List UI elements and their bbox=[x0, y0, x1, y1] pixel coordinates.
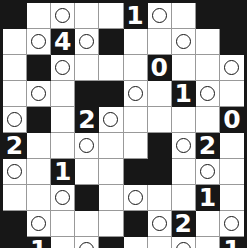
cell-r5c1[interactable] bbox=[3, 107, 27, 133]
cell-r6c4[interactable] bbox=[75, 133, 99, 159]
clue-number: 0 bbox=[223, 107, 240, 132]
cell-r8c10[interactable] bbox=[220, 185, 244, 211]
cell-r9c5[interactable] bbox=[99, 211, 123, 237]
clue-number: 2 bbox=[199, 133, 216, 158]
cell-r10c7[interactable] bbox=[148, 237, 172, 248]
bulb-circle-icon bbox=[55, 190, 70, 205]
cell-r4c4[interactable] bbox=[75, 81, 99, 107]
cell-r3c5[interactable] bbox=[99, 55, 123, 81]
clue-number: 1 bbox=[54, 159, 71, 184]
cell-r5c5[interactable] bbox=[99, 107, 123, 133]
cell-r5c10[interactable]: 0 bbox=[220, 107, 244, 133]
cell-r1c5[interactable] bbox=[99, 3, 123, 29]
cell-r8c3[interactable] bbox=[51, 185, 75, 211]
cell-r7c3[interactable]: 1 bbox=[51, 159, 75, 185]
cell-r6c6[interactable] bbox=[124, 133, 148, 159]
cell-r4c7[interactable] bbox=[148, 81, 172, 107]
cell-r1c3[interactable] bbox=[51, 3, 75, 29]
cell-r10c3[interactable] bbox=[51, 237, 75, 248]
cell-r7c5[interactable] bbox=[99, 159, 123, 185]
cell-r4c9[interactable] bbox=[196, 81, 220, 107]
cell-r3c2[interactable] bbox=[27, 55, 51, 81]
cell-r6c7[interactable] bbox=[148, 133, 172, 159]
cell-r8c6[interactable] bbox=[124, 185, 148, 211]
bulb-circle-icon bbox=[128, 190, 143, 205]
cell-r4c5[interactable] bbox=[99, 81, 123, 107]
bulb-circle-icon bbox=[79, 34, 94, 49]
bulb-circle-icon bbox=[79, 242, 94, 248]
cell-r10c1[interactable] bbox=[3, 237, 27, 248]
bulb-circle-icon bbox=[176, 34, 191, 49]
cell-r1c6[interactable]: 1 bbox=[124, 3, 148, 29]
cell-r2c2[interactable] bbox=[27, 29, 51, 55]
bulb-circle-icon bbox=[31, 86, 46, 101]
clue-number: 4 bbox=[54, 29, 71, 54]
cell-r2c1[interactable] bbox=[3, 29, 27, 55]
cell-r4c3[interactable] bbox=[51, 81, 75, 107]
clue-number: 0 bbox=[150, 55, 167, 80]
clue-number: 2 bbox=[6, 133, 23, 158]
cell-r1c8[interactable] bbox=[172, 3, 196, 29]
cell-r10c5[interactable] bbox=[99, 237, 123, 248]
clue-number: 2 bbox=[78, 107, 95, 132]
cell-r8c4[interactable] bbox=[75, 185, 99, 211]
cell-r9c6[interactable] bbox=[124, 211, 148, 237]
bulb-circle-icon bbox=[55, 60, 70, 75]
cell-r6c3[interactable] bbox=[51, 133, 75, 159]
cell-r6c10[interactable] bbox=[220, 133, 244, 159]
bulb-circle-icon bbox=[55, 8, 70, 23]
clue-number: 1 bbox=[126, 3, 143, 28]
cell-r5c2[interactable] bbox=[27, 107, 51, 133]
bulb-circle-icon bbox=[31, 216, 46, 231]
cell-r8c5[interactable] bbox=[99, 185, 123, 211]
cell-r6c9[interactable]: 2 bbox=[196, 133, 220, 159]
bulb-circle-icon bbox=[224, 216, 239, 231]
cell-r5c7[interactable] bbox=[148, 107, 172, 133]
clue-number: 2 bbox=[175, 211, 192, 236]
cell-r8c2[interactable] bbox=[27, 185, 51, 211]
cell-r7c2[interactable] bbox=[27, 159, 51, 185]
bulb-circle-icon bbox=[79, 138, 94, 153]
cell-r4c1[interactable] bbox=[3, 81, 27, 107]
cell-r7c6[interactable] bbox=[124, 159, 148, 185]
cell-r3c1[interactable] bbox=[3, 55, 27, 81]
cell-r2c4[interactable] bbox=[75, 29, 99, 55]
cell-r9c1[interactable] bbox=[3, 211, 27, 237]
cell-r5c8[interactable] bbox=[172, 107, 196, 133]
cell-r6c1[interactable]: 2 bbox=[3, 133, 27, 159]
cell-r3c8[interactable] bbox=[172, 55, 196, 81]
cell-r1c7[interactable] bbox=[148, 3, 172, 29]
cell-r4c10[interactable] bbox=[220, 81, 244, 107]
cell-r5c9[interactable] bbox=[196, 107, 220, 133]
bulb-circle-icon bbox=[31, 34, 46, 49]
puzzle-board: 1401202211211 bbox=[0, 0, 247, 248]
cell-r10c4[interactable] bbox=[75, 237, 99, 248]
clue-number: 1 bbox=[175, 81, 192, 106]
cell-r2c8[interactable] bbox=[172, 29, 196, 55]
cell-r5c4[interactable]: 2 bbox=[75, 107, 99, 133]
clue-number: 1 bbox=[223, 237, 240, 248]
cell-r3c4[interactable] bbox=[75, 55, 99, 81]
cell-r7c7[interactable] bbox=[148, 159, 172, 185]
cell-r2c6[interactable] bbox=[124, 29, 148, 55]
cell-r9c10[interactable] bbox=[220, 211, 244, 237]
cell-r2c10[interactable] bbox=[220, 29, 244, 55]
cell-r8c7[interactable] bbox=[148, 185, 172, 211]
cell-r10c10[interactable]: 1 bbox=[220, 237, 244, 248]
cell-r7c8[interactable] bbox=[172, 159, 196, 185]
bulb-circle-icon bbox=[224, 60, 239, 75]
cell-r1c1[interactable] bbox=[3, 3, 27, 29]
cell-r6c2[interactable] bbox=[27, 133, 51, 159]
bulb-circle-icon bbox=[128, 86, 143, 101]
bulb-circle-icon bbox=[152, 8, 167, 23]
cell-r10c8[interactable] bbox=[172, 237, 196, 248]
cell-r1c2[interactable] bbox=[27, 3, 51, 29]
cell-r2c3[interactable]: 4 bbox=[51, 29, 75, 55]
cell-r9c2[interactable] bbox=[27, 211, 51, 237]
cell-r1c4[interactable] bbox=[75, 3, 99, 29]
cell-r9c9[interactable] bbox=[196, 211, 220, 237]
cell-r2c7[interactable] bbox=[148, 29, 172, 55]
cell-r4c6[interactable] bbox=[124, 81, 148, 107]
cell-r7c1[interactable] bbox=[3, 159, 27, 185]
cell-r4c2[interactable] bbox=[27, 81, 51, 107]
bulb-circle-icon bbox=[200, 164, 215, 179]
cell-r6c5[interactable] bbox=[99, 133, 123, 159]
bulb-circle-icon bbox=[7, 164, 22, 179]
bulb-circle-icon bbox=[200, 86, 215, 101]
cell-r3c7[interactable]: 0 bbox=[148, 55, 172, 81]
cell-r1c9[interactable] bbox=[196, 3, 220, 29]
cell-r3c6[interactable] bbox=[124, 55, 148, 81]
cell-r7c9[interactable] bbox=[196, 159, 220, 185]
cell-r10c6[interactable] bbox=[124, 237, 148, 248]
cell-r8c1[interactable] bbox=[3, 185, 27, 211]
cell-r8c8[interactable] bbox=[172, 185, 196, 211]
bulb-circle-icon bbox=[176, 242, 191, 248]
cell-r4c8[interactable]: 1 bbox=[172, 81, 196, 107]
cell-r9c7[interactable] bbox=[148, 211, 172, 237]
cell-r10c2[interactable]: 1 bbox=[27, 237, 51, 248]
cell-r1c10[interactable] bbox=[220, 3, 244, 29]
cell-r3c3[interactable] bbox=[51, 55, 75, 81]
cell-r3c9[interactable] bbox=[196, 55, 220, 81]
clue-number: 1 bbox=[199, 185, 216, 210]
cell-r2c9[interactable] bbox=[196, 29, 220, 55]
bulb-circle-icon bbox=[7, 112, 22, 127]
cell-r6c8[interactable] bbox=[172, 133, 196, 159]
cell-r8c9[interactable]: 1 bbox=[196, 185, 220, 211]
cell-r9c8[interactable]: 2 bbox=[172, 211, 196, 237]
bulb-circle-icon bbox=[152, 216, 167, 231]
cell-r10c9[interactable] bbox=[196, 237, 220, 248]
cell-r5c6[interactable] bbox=[124, 107, 148, 133]
cell-r9c3[interactable] bbox=[51, 211, 75, 237]
bulb-circle-icon bbox=[176, 138, 191, 153]
cell-r9c4[interactable] bbox=[75, 211, 99, 237]
bulb-circle-icon bbox=[103, 112, 118, 127]
cell-r2c5[interactable] bbox=[99, 29, 123, 55]
cell-r5c3[interactable] bbox=[51, 107, 75, 133]
cell-r7c10[interactable] bbox=[220, 159, 244, 185]
clue-number: 1 bbox=[30, 237, 47, 248]
cell-r3c10[interactable] bbox=[220, 55, 244, 81]
cell-r7c4[interactable] bbox=[75, 159, 99, 185]
